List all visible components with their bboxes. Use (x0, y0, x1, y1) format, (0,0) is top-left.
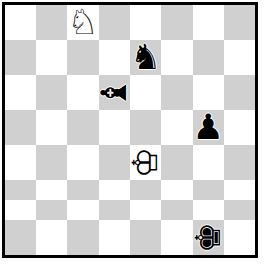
square-e2[interactable] (130, 200, 161, 220)
black-king-rotated[interactable]: ♚ (191, 222, 226, 253)
square-e3[interactable] (130, 180, 161, 200)
square-d8[interactable] (99, 5, 130, 40)
black-pawn[interactable]: ♟ (193, 110, 224, 145)
square-e8[interactable] (130, 5, 161, 40)
square-f2[interactable] (161, 200, 192, 220)
square-e7[interactable]: ♞ (130, 40, 161, 75)
square-d6[interactable]: ♝ (99, 75, 130, 110)
square-g7[interactable] (193, 40, 224, 75)
square-f4[interactable] (161, 145, 192, 180)
square-h3[interactable] (224, 180, 255, 200)
square-h8[interactable] (224, 5, 255, 40)
square-h5[interactable] (224, 110, 255, 145)
square-h6[interactable] (224, 75, 255, 110)
square-g6[interactable] (193, 75, 224, 110)
square-e1[interactable] (130, 220, 161, 255)
square-d7[interactable] (99, 40, 130, 75)
square-h4[interactable] (224, 145, 255, 180)
square-a1[interactable] (5, 220, 36, 255)
square-c5[interactable] (67, 110, 98, 145)
chess-board: ♘♞♝♟♔♚ (2, 2, 258, 258)
square-a8[interactable] (5, 5, 36, 40)
black-knight[interactable]: ♞ (130, 40, 161, 75)
square-h1[interactable] (224, 220, 255, 255)
square-f7[interactable] (161, 40, 192, 75)
square-e4[interactable]: ♔ (130, 145, 161, 180)
square-e5[interactable] (130, 110, 161, 145)
square-b7[interactable] (36, 40, 67, 75)
square-d1[interactable] (99, 220, 130, 255)
square-c7[interactable] (67, 40, 98, 75)
square-a5[interactable] (5, 110, 36, 145)
white-knight[interactable]: ♘ (67, 5, 98, 40)
square-c8[interactable]: ♘ (67, 5, 98, 40)
square-b6[interactable] (36, 75, 67, 110)
square-b3[interactable] (36, 180, 67, 200)
square-c4[interactable] (67, 145, 98, 180)
square-g3[interactable] (193, 180, 224, 200)
square-g4[interactable] (193, 145, 224, 180)
square-f3[interactable] (161, 180, 192, 200)
square-a3[interactable] (5, 180, 36, 200)
square-c1[interactable] (67, 220, 98, 255)
square-b5[interactable] (36, 110, 67, 145)
square-d2[interactable] (99, 200, 130, 220)
square-b8[interactable] (36, 5, 67, 40)
square-g2[interactable] (193, 200, 224, 220)
white-king-rotated[interactable]: ♔ (128, 147, 163, 178)
square-d5[interactable] (99, 110, 130, 145)
square-g8[interactable] (193, 5, 224, 40)
square-a4[interactable] (5, 145, 36, 180)
square-b4[interactable] (36, 145, 67, 180)
square-a7[interactable] (5, 40, 36, 75)
square-f8[interactable] (161, 5, 192, 40)
square-b1[interactable] (36, 220, 67, 255)
square-a6[interactable] (5, 75, 36, 110)
black-bishop-rotated[interactable]: ♝ (97, 77, 132, 108)
square-h7[interactable] (224, 40, 255, 75)
square-f6[interactable] (161, 75, 192, 110)
square-e6[interactable] (130, 75, 161, 110)
square-g1[interactable]: ♚ (193, 220, 224, 255)
square-f5[interactable] (161, 110, 192, 145)
square-c3[interactable] (67, 180, 98, 200)
square-c2[interactable] (67, 200, 98, 220)
square-h2[interactable] (224, 200, 255, 220)
square-b2[interactable] (36, 200, 67, 220)
square-g5[interactable]: ♟ (193, 110, 224, 145)
square-a2[interactable] (5, 200, 36, 220)
square-d3[interactable] (99, 180, 130, 200)
